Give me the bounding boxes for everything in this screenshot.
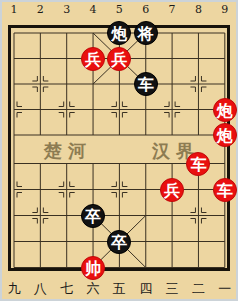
bottom-file-labels: 九八七六五四三二一 bbox=[1, 281, 238, 297]
file-label-bottom-3: 七 bbox=[54, 281, 80, 297]
xiangqi-board: 123456789 楚河 汉界 炮将兵兵车炮炮车兵车卒卒帅 九八七六五四三二一 bbox=[0, 0, 238, 301]
piece-red-general[interactable]: 帅 bbox=[81, 256, 105, 280]
piece-black-general[interactable]: 将 bbox=[134, 21, 158, 45]
file-label-bottom-5: 五 bbox=[106, 281, 132, 297]
piece-red-cannon[interactable]: 炮 bbox=[213, 98, 237, 122]
file-label-bottom-9: 一 bbox=[212, 281, 238, 297]
piece-black-soldier[interactable]: 卒 bbox=[107, 230, 131, 254]
piece-red-soldier[interactable]: 兵 bbox=[160, 178, 184, 202]
piece-red-soldier[interactable]: 兵 bbox=[107, 47, 131, 71]
piece-black-chariot[interactable]: 车 bbox=[134, 72, 158, 96]
pieces-layer: 炮将兵兵车炮炮车兵车卒卒帅 bbox=[1, 20, 238, 280]
file-label-bottom-6: 四 bbox=[133, 281, 159, 297]
piece-red-chariot[interactable]: 车 bbox=[186, 152, 210, 176]
file-label-bottom-7: 三 bbox=[159, 281, 185, 297]
file-label-bottom-8: 二 bbox=[185, 281, 211, 297]
piece-red-soldier[interactable]: 兵 bbox=[81, 47, 105, 71]
file-label-bottom-4: 六 bbox=[80, 281, 106, 297]
file-label-bottom-2: 八 bbox=[27, 281, 53, 297]
piece-red-chariot[interactable]: 车 bbox=[213, 178, 237, 202]
file-label-bottom-1: 九 bbox=[1, 281, 27, 297]
piece-black-cannon[interactable]: 炮 bbox=[107, 21, 131, 45]
piece-black-soldier[interactable]: 卒 bbox=[81, 204, 105, 228]
piece-red-cannon[interactable]: 炮 bbox=[213, 123, 237, 147]
